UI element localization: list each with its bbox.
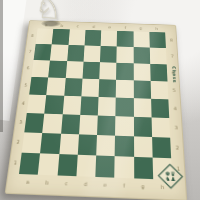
square-a1[interactable] (19, 153, 40, 175)
square-f4[interactable] (116, 98, 134, 117)
file-labels-bottom: abcdefgh (17, 178, 172, 191)
square-a8[interactable] (36, 28, 54, 44)
square-a7[interactable] (34, 44, 52, 61)
square-c3[interactable] (61, 114, 80, 134)
square-g7[interactable] (133, 47, 150, 64)
square-d5[interactable] (81, 79, 99, 97)
coord-label: 3 (174, 126, 177, 131)
coord-label: 4 (173, 107, 176, 112)
square-b6[interactable] (48, 61, 66, 78)
square-b5[interactable] (46, 77, 65, 95)
square-e6[interactable] (99, 62, 116, 80)
square-g5[interactable] (133, 80, 151, 98)
square-d6[interactable] (82, 62, 100, 80)
square-d3[interactable] (79, 115, 98, 135)
square-h3[interactable] (151, 117, 170, 137)
square-c5[interactable] (64, 78, 82, 96)
square-g3[interactable] (133, 117, 151, 137)
coord-label: 4 (21, 101, 25, 106)
photo-backdrop: abcdefgh abcdefgh 87654321 87654321 Ches… (0, 0, 200, 200)
square-e3[interactable] (97, 116, 116, 136)
white-knight-piece[interactable]: ♘ (34, 0, 63, 25)
coord-label: h (155, 27, 158, 31)
coord-label: f (124, 26, 126, 30)
square-b2[interactable] (40, 133, 60, 154)
coord-label: 8 (31, 34, 34, 38)
coord-label: e (108, 25, 111, 29)
square-c2[interactable] (59, 134, 79, 155)
coord-label: 2 (176, 146, 180, 151)
square-e1[interactable] (95, 155, 115, 177)
square-c6[interactable] (65, 61, 83, 79)
coord-label: 1 (13, 160, 17, 165)
square-c1[interactable] (57, 154, 77, 176)
square-h6[interactable] (150, 64, 168, 82)
board-grid (19, 28, 172, 180)
square-b8[interactable] (52, 29, 70, 45)
chess-pieces-emblem-icon: ♚♛♞♟ (164, 171, 176, 181)
coord-label: 5 (24, 83, 28, 87)
square-f1[interactable] (114, 156, 133, 178)
square-h4[interactable] (151, 99, 169, 118)
square-e5[interactable] (99, 79, 117, 97)
coord-label: d (92, 25, 95, 29)
square-d4[interactable] (80, 96, 99, 115)
coord-label: 6 (26, 66, 29, 70)
coord-label: f (123, 183, 125, 188)
square-g6[interactable] (133, 63, 150, 81)
coord-label: c (77, 24, 80, 28)
square-a5[interactable] (29, 77, 48, 95)
square-c8[interactable] (68, 29, 85, 45)
square-e4[interactable] (98, 97, 116, 116)
square-f7[interactable] (117, 46, 134, 63)
square-a4[interactable] (27, 95, 47, 114)
square-f3[interactable] (115, 116, 133, 136)
coord-label: b (45, 180, 49, 185)
square-d8[interactable] (84, 30, 101, 46)
coord-label: c (65, 181, 68, 186)
square-f5[interactable] (116, 80, 133, 98)
square-d7[interactable] (83, 45, 100, 62)
coord-label: a (26, 180, 30, 185)
square-e2[interactable] (96, 135, 115, 156)
square-b1[interactable] (38, 153, 59, 175)
square-f6[interactable] (116, 63, 133, 81)
coord-label: h (161, 185, 165, 190)
vinyl-mat: abcdefgh abcdefgh 87654321 87654321 Ches… (5, 20, 188, 200)
square-g4[interactable] (133, 98, 151, 117)
backdrop-edge (0, 0, 3, 132)
coord-label: 8 (170, 38, 173, 42)
square-b4[interactable] (45, 95, 64, 114)
coord-label: 7 (28, 50, 31, 54)
square-b3[interactable] (42, 114, 62, 134)
square-e8[interactable] (101, 30, 118, 46)
square-e7[interactable] (100, 46, 117, 63)
coord-label: 2 (16, 140, 20, 145)
coord-label: g (141, 184, 144, 189)
square-f8[interactable] (117, 31, 133, 47)
chessboard: abcdefgh abcdefgh 87654321 87654321 Ches… (5, 20, 185, 198)
square-h5[interactable] (150, 81, 168, 99)
square-a6[interactable] (31, 60, 50, 77)
square-a2[interactable] (22, 132, 43, 153)
square-g1[interactable] (134, 157, 153, 179)
coord-label: e (104, 183, 107, 188)
coord-label: 3 (19, 120, 23, 125)
square-c4[interactable] (62, 96, 81, 115)
coord-label: 7 (171, 54, 174, 58)
square-c7[interactable] (67, 45, 85, 62)
square-d2[interactable] (78, 134, 97, 155)
square-g8[interactable] (133, 31, 149, 47)
square-b7[interactable] (50, 44, 68, 61)
brand-side-text: Chess (171, 66, 178, 83)
square-h7[interactable] (150, 48, 167, 65)
square-d1[interactable] (76, 155, 96, 177)
square-g2[interactable] (134, 136, 153, 157)
square-h8[interactable] (149, 32, 166, 48)
coord-label: d (84, 182, 88, 187)
square-a3[interactable] (24, 113, 44, 133)
square-h2[interactable] (152, 137, 171, 158)
square-f2[interactable] (115, 136, 134, 157)
coord-label: 5 (172, 88, 175, 92)
coord-label: g (139, 26, 142, 30)
